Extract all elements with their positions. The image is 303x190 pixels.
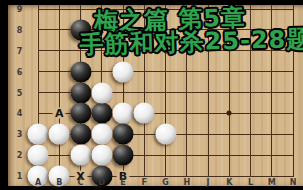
col-label-A: A <box>35 178 41 187</box>
row-label-1: 1 <box>17 172 23 181</box>
black-stone-C5 <box>70 82 91 103</box>
col-label-H: H <box>183 178 190 187</box>
col-label-D: D <box>98 178 105 187</box>
marker-A-B4: A <box>52 107 67 120</box>
letterbox-left <box>0 0 8 190</box>
black-stone-E3 <box>113 124 134 145</box>
grid-vline-N <box>293 5 294 177</box>
row-label-3: 3 <box>17 130 23 139</box>
col-label-K: K <box>226 178 232 187</box>
grid-vline-F <box>144 5 145 177</box>
col-label-B: B <box>56 178 62 187</box>
grid-vline-J <box>208 5 209 177</box>
row-label-8: 8 <box>17 25 23 34</box>
row-label-6: 6 <box>17 67 23 76</box>
hoshi-K4 <box>227 111 232 116</box>
grid-vline-L <box>250 5 251 177</box>
col-label-L: L <box>248 178 253 187</box>
white-stone-C2 <box>70 145 91 166</box>
row-label-2: 2 <box>17 151 23 160</box>
col-label-C: C <box>78 178 84 187</box>
grid-hline-9 <box>38 9 294 10</box>
white-stone-F4 <box>134 103 155 124</box>
black-stone-C3 <box>70 124 91 145</box>
white-stone-D5 <box>91 82 112 103</box>
grid-vline-K <box>229 5 230 177</box>
white-stone-A2 <box>28 145 49 166</box>
row-label-4: 4 <box>17 109 23 118</box>
col-label-F: F <box>142 178 147 187</box>
white-stone-E4 <box>113 103 134 124</box>
video-frame: AXB987654321ABCDEFGHJKLMN 梅之篇 第5章 手筋和对杀2… <box>0 0 303 190</box>
go-board <box>8 5 303 186</box>
white-stone-E6 <box>113 61 134 82</box>
row-label-5: 5 <box>17 88 23 97</box>
white-stone-D3 <box>91 124 112 145</box>
col-label-N: N <box>290 178 297 187</box>
row-label-9: 9 <box>17 5 23 14</box>
black-stone-D4 <box>91 103 112 124</box>
white-stone-B3 <box>49 124 70 145</box>
black-stone-C6 <box>70 61 91 82</box>
black-stone-C8 <box>70 19 91 40</box>
col-label-G: G <box>162 178 169 187</box>
hoshi-G7 <box>163 48 168 53</box>
white-stone-A3 <box>28 124 49 145</box>
grid-vline-M <box>271 5 272 177</box>
letterbox-top <box>0 0 303 5</box>
black-stone-C4 <box>70 103 91 124</box>
col-label-J: J <box>207 178 210 187</box>
row-label-7: 7 <box>17 46 23 55</box>
grid-vline-H <box>186 5 187 177</box>
grid-vline-G <box>165 5 166 177</box>
col-label-M: M <box>268 178 276 187</box>
letterbox-bottom <box>0 186 303 190</box>
white-stone-G3 <box>155 124 176 145</box>
black-stone-E2 <box>113 145 134 166</box>
white-stone-D2 <box>91 145 112 166</box>
col-label-E: E <box>120 178 125 187</box>
grid-vline-B <box>59 5 60 177</box>
